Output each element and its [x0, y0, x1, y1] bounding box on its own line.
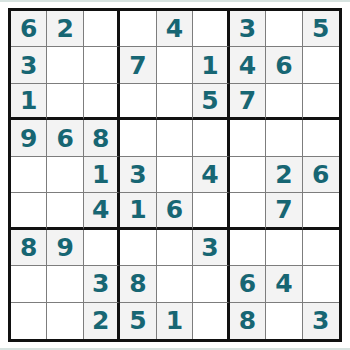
cell-r9c7: 8: [230, 303, 266, 339]
cell-r4c5[interactable]: [157, 120, 193, 156]
cell-r5c8: 2: [266, 157, 302, 193]
cell-r7c4[interactable]: [120, 230, 156, 266]
cell-r8c5[interactable]: [157, 266, 193, 302]
cell-r8c3: 3: [84, 266, 120, 302]
cell-r2c7: 4: [230, 47, 266, 83]
cell-r1c2: 2: [47, 11, 83, 47]
cell-r9c8[interactable]: [266, 303, 302, 339]
cell-r3c4[interactable]: [120, 84, 156, 120]
cell-r4c9[interactable]: [303, 120, 339, 156]
cell-r7c3[interactable]: [84, 230, 120, 266]
cell-r1c5: 4: [157, 11, 193, 47]
cell-r4c4[interactable]: [120, 120, 156, 156]
cell-r8c7: 6: [230, 266, 266, 302]
page-top-edge: [0, 0, 350, 2]
cell-r3c3[interactable]: [84, 84, 120, 120]
cell-r5c1[interactable]: [11, 157, 47, 193]
cell-r3c9[interactable]: [303, 84, 339, 120]
cell-r1c4[interactable]: [120, 11, 156, 47]
cell-r3c2[interactable]: [47, 84, 83, 120]
cell-r2c1: 3: [11, 47, 47, 83]
cell-r7c1: 8: [11, 230, 47, 266]
cell-r6c4: 1: [120, 193, 156, 229]
cell-r8c1[interactable]: [11, 266, 47, 302]
cell-r7c8[interactable]: [266, 230, 302, 266]
cell-r6c9[interactable]: [303, 193, 339, 229]
cell-r8c4: 8: [120, 266, 156, 302]
cell-r1c7: 3: [230, 11, 266, 47]
cell-r9c3: 2: [84, 303, 120, 339]
cell-r6c5: 6: [157, 193, 193, 229]
cell-r7c2: 9: [47, 230, 83, 266]
cell-r4c2: 6: [47, 120, 83, 156]
cell-r2c3[interactable]: [84, 47, 120, 83]
cell-r7c6: 3: [193, 230, 229, 266]
cell-r6c3: 4: [84, 193, 120, 229]
cell-r7c9[interactable]: [303, 230, 339, 266]
cell-r6c7[interactable]: [230, 193, 266, 229]
cell-r4c3: 8: [84, 120, 120, 156]
cell-r6c1[interactable]: [11, 193, 47, 229]
cell-r9c1[interactable]: [11, 303, 47, 339]
cell-r8c2[interactable]: [47, 266, 83, 302]
cell-r5c5[interactable]: [157, 157, 193, 193]
cell-r8c6[interactable]: [193, 266, 229, 302]
cell-r4c6[interactable]: [193, 120, 229, 156]
cell-r5c3: 1: [84, 157, 120, 193]
cell-r5c7[interactable]: [230, 157, 266, 193]
cell-r1c6[interactable]: [193, 11, 229, 47]
cell-r2c4: 7: [120, 47, 156, 83]
cell-r1c3[interactable]: [84, 11, 120, 47]
cell-r3c5[interactable]: [157, 84, 193, 120]
cell-r9c9: 3: [303, 303, 339, 339]
sudoku-board: 6243537146157968134264167893386425183: [8, 8, 342, 342]
cell-r2c2[interactable]: [47, 47, 83, 83]
cell-r5c9: 6: [303, 157, 339, 193]
cell-r7c7[interactable]: [230, 230, 266, 266]
cell-r3c1: 1: [11, 84, 47, 120]
cell-r9c6[interactable]: [193, 303, 229, 339]
cell-r1c1: 6: [11, 11, 47, 47]
cell-r9c2[interactable]: [47, 303, 83, 339]
cell-r4c8[interactable]: [266, 120, 302, 156]
cell-r3c6: 5: [193, 84, 229, 120]
cell-r3c7: 7: [230, 84, 266, 120]
sudoku-page: 6243537146157968134264167893386425183: [0, 0, 350, 350]
cell-r9c5: 1: [157, 303, 193, 339]
cell-r5c4: 3: [120, 157, 156, 193]
cell-r2c9[interactable]: [303, 47, 339, 83]
cell-r8c8: 4: [266, 266, 302, 302]
cell-r2c8: 6: [266, 47, 302, 83]
cell-r2c6: 1: [193, 47, 229, 83]
cell-r1c9: 5: [303, 11, 339, 47]
cell-r3c8[interactable]: [266, 84, 302, 120]
cell-r4c1: 9: [11, 120, 47, 156]
cell-r1c8[interactable]: [266, 11, 302, 47]
cell-r6c8: 7: [266, 193, 302, 229]
cell-r4c7[interactable]: [230, 120, 266, 156]
cell-r2c5[interactable]: [157, 47, 193, 83]
cell-r7c5[interactable]: [157, 230, 193, 266]
cell-r8c9[interactable]: [303, 266, 339, 302]
cell-r5c2[interactable]: [47, 157, 83, 193]
cell-r9c4: 5: [120, 303, 156, 339]
cell-r6c2[interactable]: [47, 193, 83, 229]
cell-r5c6: 4: [193, 157, 229, 193]
cell-r6c6[interactable]: [193, 193, 229, 229]
